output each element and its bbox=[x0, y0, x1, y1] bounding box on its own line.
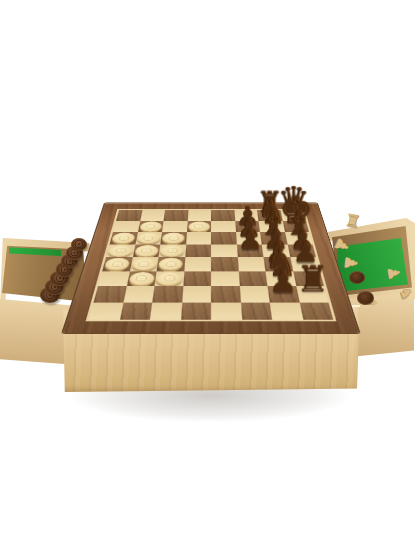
pieces-layer: ♜♛♟♞♚♟♝♝♟♟♟♟♟♞♟♜ bbox=[89, 210, 333, 320]
chessboard-3d: ♜♛♟♞♚♟♝♝♟♟♟♟♟♞♟♜ bbox=[63, 203, 360, 333]
dark-rook: ♜ bbox=[296, 261, 328, 297]
product-photo-stage: ♜♟♟♝♟♞ ♜♛♟♞♚♟♝♝♟♟♟♟♟♞♟♜ bbox=[0, 0, 415, 540]
dark-checker-loose bbox=[349, 271, 365, 284]
dark-pawn: ♟ bbox=[270, 267, 298, 298]
dark-pawn: ♟ bbox=[238, 226, 263, 254]
light-pawn-loose: ♟ bbox=[384, 266, 401, 282]
light-rook-loose: ♜ bbox=[344, 212, 362, 231]
light-pawn-loose: ♟ bbox=[342, 255, 359, 271]
dark-checker bbox=[71, 238, 87, 251]
dark-checker-loose bbox=[357, 291, 374, 305]
